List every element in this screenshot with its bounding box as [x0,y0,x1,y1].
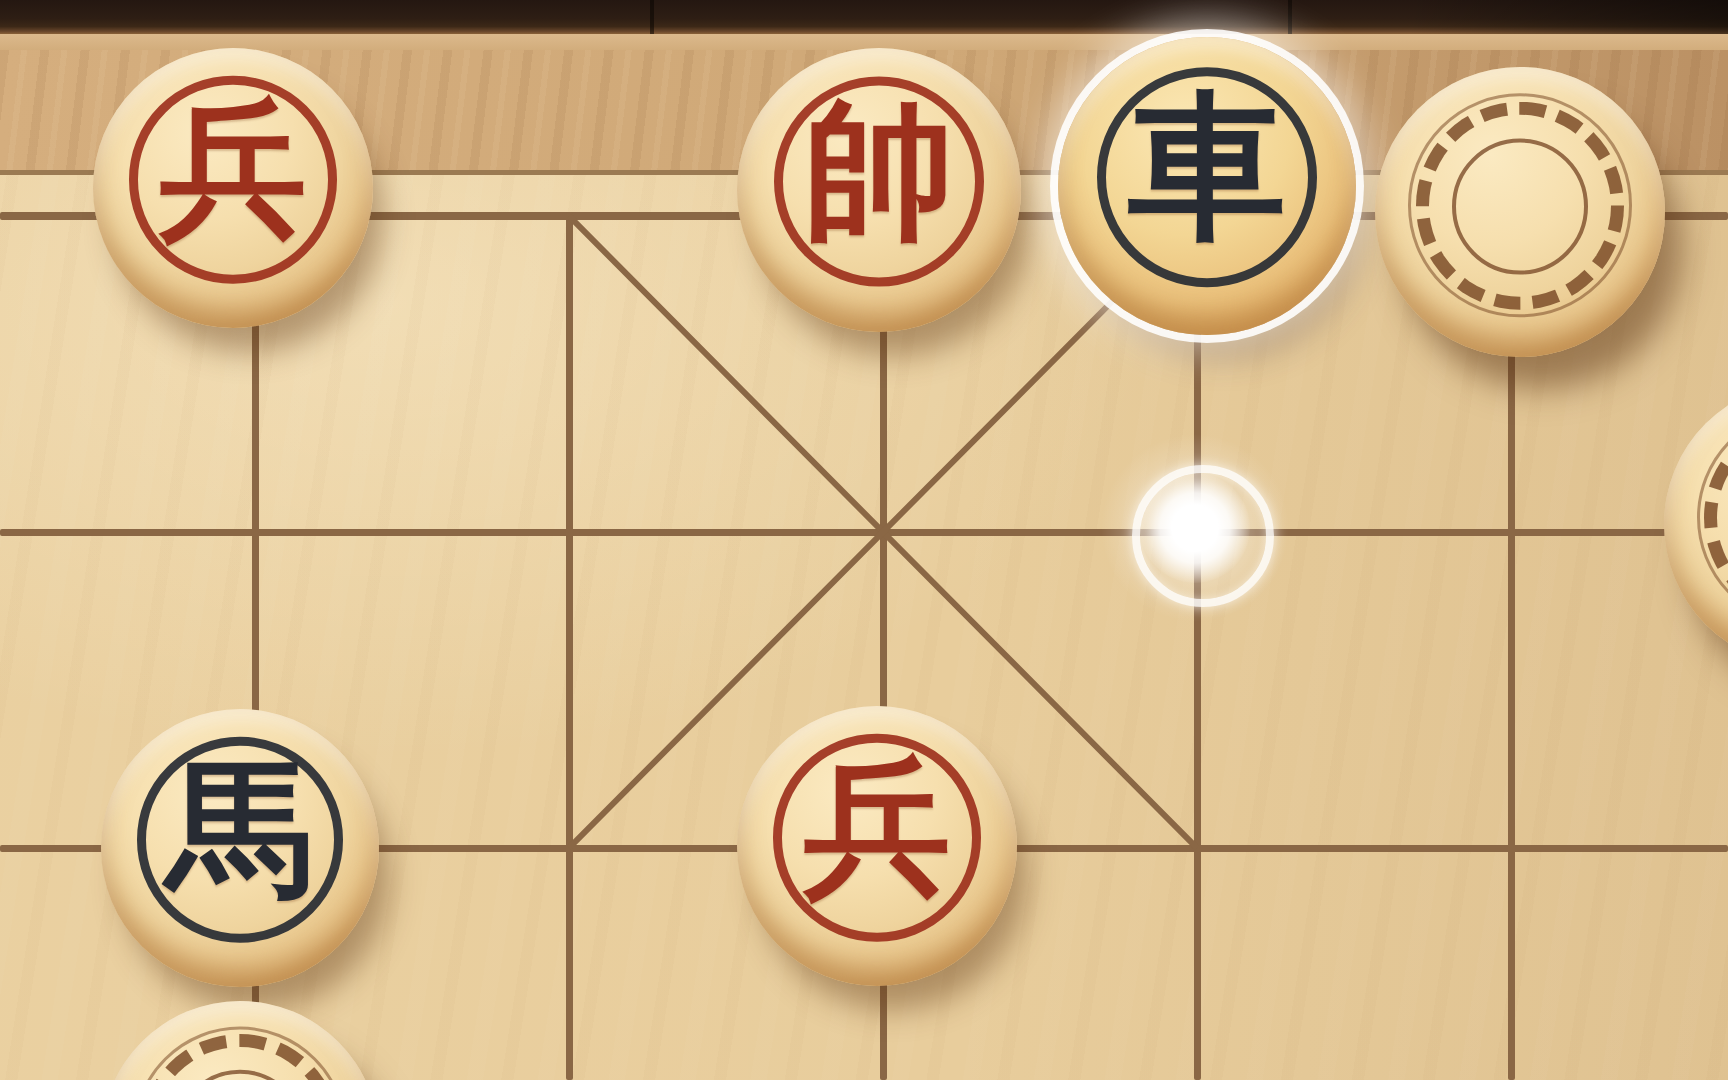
piece-character: 兵 [737,689,1017,969]
facedown-pattern [1452,138,1588,274]
piece-black-horse-c2[interactable]: 馬 [101,709,379,987]
piece-hidden-piece-g0[interactable] [1375,67,1665,357]
piece-character: 車 [1058,19,1356,317]
piece-red-general-e0[interactable]: 帥 [737,48,1021,332]
grid-line [1194,212,1201,1080]
piece-character: 馬 [101,692,379,970]
grid-line [566,212,573,1080]
piece-red-soldier-c0[interactable]: 兵 [93,48,373,328]
piece-character: 帥 [737,31,1021,315]
piece-character: 兵 [93,31,373,311]
piece-black-chariot-f0[interactable]: 車 [1058,37,1356,335]
marker-core [1140,473,1250,583]
grid-line [0,529,1728,536]
piece-red-soldier-e2[interactable]: 兵 [737,706,1017,986]
xiangqi-board[interactable]: 兵帥車馬兵 [0,0,1728,1080]
